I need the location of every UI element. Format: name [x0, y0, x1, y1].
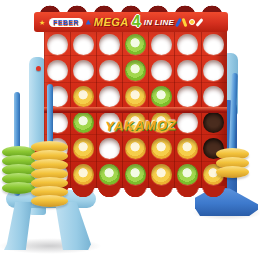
cell-r5c6 — [174, 135, 200, 161]
empty-hole — [203, 34, 224, 55]
yellow-disc — [73, 138, 94, 159]
confetti-streamer-icon — [196, 18, 204, 27]
yellow-disc-stack — [31, 141, 68, 207]
board-middle-rail — [44, 107, 227, 113]
empty-hole — [151, 60, 172, 81]
title-banner: ★ FEBER MEGA 4 IN LINE — [34, 12, 228, 32]
confetti-triangle-icon — [86, 20, 91, 25]
yellow-disc — [125, 138, 146, 159]
cell-r1c5 — [148, 31, 174, 57]
empty-hole — [73, 34, 94, 55]
empty-hole — [177, 60, 198, 81]
cell-r3c5 — [148, 83, 174, 109]
cell-r1c2 — [71, 31, 97, 57]
watermark-text: YAKAMOZ — [84, 117, 198, 134]
cell-r3c2 — [71, 83, 97, 109]
yellow-disc — [151, 138, 172, 159]
board-bottom-scallop — [44, 186, 227, 199]
cell-r2c5 — [148, 57, 174, 83]
cell-r1c1 — [45, 31, 71, 57]
yellow-disc — [177, 138, 198, 159]
green-disc — [151, 86, 172, 107]
brand-logo: FEBER — [49, 18, 83, 27]
green-disc — [99, 164, 120, 185]
cell-r5c4 — [123, 135, 149, 161]
cell-r2c3 — [97, 57, 123, 83]
empty-hole — [177, 34, 198, 55]
empty-hole — [47, 34, 68, 55]
confetti-dot-icon — [189, 19, 195, 25]
green-disc — [125, 34, 146, 55]
confetti-streamer-icon — [182, 17, 188, 26]
empty-hole — [99, 86, 120, 107]
cell-r1c3 — [97, 31, 123, 57]
empty-hole — [177, 86, 198, 107]
green-disc — [125, 60, 146, 81]
yellow-disc — [73, 164, 94, 185]
yellow-disc — [73, 86, 94, 107]
empty-hole — [73, 60, 94, 81]
cell-r1c7 — [200, 31, 226, 57]
title-in-line: IN LINE — [144, 18, 175, 27]
empty-hole — [151, 34, 172, 55]
green-disc — [177, 164, 198, 185]
cell-r2c7 — [200, 57, 226, 83]
cell-r2c2 — [71, 57, 97, 83]
yellow-ring — [216, 166, 249, 178]
cell-r6c4 — [123, 161, 149, 187]
cell-r6c3 — [97, 161, 123, 187]
empty-hole — [99, 60, 120, 81]
title-four: 4 — [132, 14, 141, 30]
product-photo-giant-connect-four: ★ FEBER MEGA 4 IN LINE YAKAMOZ — [0, 0, 260, 260]
cell-r6c5 — [148, 161, 174, 187]
red-cap-icon — [36, 66, 41, 71]
cell-r5c5 — [148, 135, 174, 161]
cell-r1c6 — [174, 31, 200, 57]
empty-hole — [99, 34, 120, 55]
watermark-subtext — [116, 133, 160, 136]
cell-r5c2 — [71, 135, 97, 161]
yellow-ring — [31, 195, 68, 207]
cell-r3c3 — [97, 83, 123, 109]
cell-r6c6 — [174, 161, 200, 187]
yellow-disc — [151, 164, 172, 185]
cell-r6c2 — [71, 161, 97, 187]
empty-hole — [203, 86, 224, 107]
empty-hole — [203, 60, 224, 81]
cell-r3c7 — [200, 83, 226, 109]
yellow-disc-stack-right — [216, 148, 249, 178]
empty-hole — [99, 138, 120, 159]
cell-r2c6 — [174, 57, 200, 83]
title-mega: MEGA — [94, 16, 129, 28]
cell-r5c3 — [97, 135, 123, 161]
cell-r3c4 — [123, 83, 149, 109]
cell-r3c6 — [174, 83, 200, 109]
yellow-disc — [125, 86, 146, 107]
empty-hole — [47, 60, 68, 81]
cell-r1c4 — [123, 31, 149, 57]
cell-r2c1 — [45, 57, 71, 83]
cell-r2c4 — [123, 57, 149, 83]
confetti-star-icon: ★ — [39, 19, 46, 26]
empty-hole — [203, 112, 224, 133]
green-disc — [125, 164, 146, 185]
